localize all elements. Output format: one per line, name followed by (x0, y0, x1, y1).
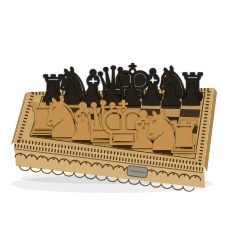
box-layers (10, 88, 217, 193)
square-g8 (162, 94, 183, 102)
product-photo: ♜♞♝♛♚♝♞♜♟♟♟♟♟♟♟♟♟♟♟♟♟♟♟♟♜♞♝♛♚♝♞♜ (0, 0, 240, 240)
square-e7 (121, 101, 142, 108)
square-a8 (43, 97, 64, 102)
square-h5 (178, 117, 199, 126)
square-a6 (40, 107, 61, 113)
square-f5 (138, 115, 159, 123)
square-g4 (157, 123, 178, 132)
square-b5 (58, 112, 79, 118)
square-b6 (59, 107, 80, 113)
square-h4 (177, 124, 198, 133)
square-d5 (98, 114, 119, 121)
square-a7 (41, 102, 62, 107)
square-e5 (118, 115, 139, 123)
square-e6 (119, 108, 140, 115)
square-d6 (99, 108, 120, 115)
square-h7 (181, 101, 202, 109)
square-h8 (182, 93, 203, 101)
square-b7 (61, 102, 82, 108)
square-g6 (159, 109, 180, 117)
square-d8 (102, 95, 123, 102)
square-e8 (122, 95, 143, 102)
chess-box (0, 0, 240, 240)
square-g5 (158, 116, 179, 124)
square-f7 (141, 101, 162, 108)
square-h6 (179, 109, 200, 117)
square-c6 (79, 107, 100, 113)
square-c8 (82, 96, 103, 102)
square-f6 (139, 108, 160, 116)
square-c7 (81, 102, 102, 108)
square-b8 (62, 96, 83, 102)
square-c5 (78, 113, 99, 120)
square-f8 (142, 94, 163, 101)
square-d7 (101, 102, 122, 109)
square-g7 (161, 101, 182, 109)
